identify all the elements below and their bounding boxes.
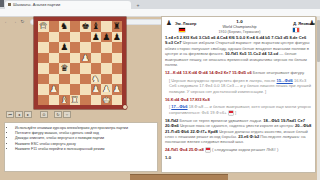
square-e3[interactable] bbox=[80, 74, 91, 85]
square-c4[interactable]: ♛ bbox=[59, 63, 70, 74]
game-header: ♟ Эм. Ласкер 1-0 World Championship 1910… bbox=[165, 19, 312, 35]
moves-segment: [ Черные вынуждены пропустить ферзя в ла… bbox=[169, 78, 277, 83]
square-h5[interactable] bbox=[112, 53, 123, 64]
white-q-piece[interactable]: ♛ bbox=[38, 21, 49, 32]
black-k-piece[interactable]: ♚ bbox=[80, 21, 91, 32]
moves-paragraph: [ 17...Фb6 18.Ф:a8 — и белые выигрывают,… bbox=[165, 104, 312, 115]
game-site-year: 1910 (Берлин, Германия) bbox=[203, 30, 276, 34]
game-result: 1-0 bbox=[203, 19, 276, 24]
square-d8[interactable] bbox=[70, 21, 81, 32]
new-tab-button[interactable]: + bbox=[134, 1, 142, 9]
square-b2[interactable]: ♟ bbox=[49, 84, 60, 95]
black-flag-icon bbox=[293, 28, 299, 32]
white-p-piece[interactable]: ♟ bbox=[49, 84, 60, 95]
square-g6[interactable] bbox=[101, 42, 112, 53]
square-h6[interactable] bbox=[112, 42, 123, 53]
square-f6[interactable] bbox=[91, 42, 102, 53]
square-b7[interactable] bbox=[49, 32, 60, 43]
next-move-button[interactable]: ▸ bbox=[24, 111, 32, 118]
black-p-piece[interactable]: ♟ bbox=[112, 32, 123, 43]
moves-segment[interactable]: 10.Лd1 Кc5 11.Сc2 d4 12.cd bbox=[225, 51, 279, 56]
back-icon[interactable]: ← bbox=[3, 19, 10, 25]
square-f7[interactable]: ♟ bbox=[91, 32, 102, 43]
favicon bbox=[8, 3, 11, 6]
square-d6[interactable] bbox=[70, 42, 81, 53]
square-f4[interactable] bbox=[91, 63, 102, 74]
moves-paragraph: 24.Лd1 Фc4 25.Ф:a8 ( следующим ходом реш… bbox=[165, 147, 312, 152]
square-h7[interactable]: ♟ bbox=[112, 32, 123, 43]
browser-tab[interactable]: Шахматы. Анализ партии bbox=[5, 1, 131, 9]
square-c8[interactable]: ♞ bbox=[59, 21, 70, 32]
square-d5[interactable] bbox=[70, 53, 81, 64]
white-p-piece[interactable]: ♟ bbox=[80, 53, 91, 64]
moves-paragraph: 12...К:d4 13.К:d4 Ф:d4 14.Фe2 Кe7 15.Фd5… bbox=[165, 70, 312, 75]
moves-segment[interactable]: 23.e6 Ф:b2 bbox=[238, 134, 260, 139]
white-flag-icon bbox=[179, 28, 185, 32]
moves-segment[interactable]: 12...К:d4 13.К:d4 Ф:d4 14.Фe2 Кe7 15.Фd5… bbox=[165, 70, 253, 75]
square-f5[interactable] bbox=[91, 53, 102, 64]
moves-segment: 18.Ф:a8 — и белые выигрывают, хотя черны… bbox=[169, 104, 311, 114]
square-d1[interactable]: ♜ bbox=[70, 95, 81, 106]
window-corner bbox=[0, 0, 4, 7]
moves-segment: Белые отыгрывают фигуру. bbox=[253, 70, 305, 75]
white-p-piece[interactable]: ♟ bbox=[112, 84, 123, 95]
reload-icon[interactable]: ↻ bbox=[19, 19, 26, 25]
square-g7[interactable]: ♟ bbox=[101, 32, 112, 43]
square-a2[interactable] bbox=[38, 84, 49, 95]
square-a3[interactable] bbox=[38, 74, 49, 85]
square-g1[interactable]: ♚ bbox=[101, 95, 112, 106]
square-a4[interactable] bbox=[38, 63, 49, 74]
black-b-piece[interactable]: ♝ bbox=[91, 21, 102, 32]
square-b1[interactable] bbox=[49, 95, 60, 106]
square-e8[interactable]: ♚ bbox=[80, 21, 91, 32]
square-g4[interactable] bbox=[101, 63, 112, 74]
tab-strip: Шахматы. Анализ партии + bbox=[0, 0, 320, 9]
square-c2[interactable] bbox=[59, 84, 70, 95]
square-h2[interactable]: ♟ bbox=[112, 84, 123, 95]
square-c7[interactable] bbox=[59, 32, 70, 43]
black-q-piece[interactable]: ♛ bbox=[59, 63, 70, 74]
white-b-piece[interactable]: ♝ bbox=[59, 95, 70, 106]
square-c1[interactable]: ♝ bbox=[59, 95, 70, 106]
square-a8[interactable]: ♛ bbox=[38, 21, 49, 32]
square-h4[interactable] bbox=[112, 63, 123, 74]
square-c3[interactable] bbox=[59, 74, 70, 85]
white-n-piece[interactable]: ♞ bbox=[91, 74, 102, 85]
moves-paragraph: 18.Лd2 Белые не теряя времени удваивают … bbox=[165, 118, 312, 145]
square-a1[interactable] bbox=[38, 95, 49, 106]
board-corner-knob bbox=[123, 105, 127, 109]
square-a7[interactable] bbox=[38, 32, 49, 43]
square-e5[interactable]: ♟ bbox=[80, 53, 91, 64]
moves-paragraph: 1.e4 e5 2.Кf3 Кc6 3.Сb5 a6 4.Сa4 Кf6 5.0… bbox=[165, 35, 312, 67]
square-f2[interactable]: ♟ bbox=[91, 84, 102, 95]
square-e6[interactable] bbox=[80, 42, 91, 53]
inline-flag-icon bbox=[206, 148, 210, 152]
square-g5[interactable] bbox=[101, 53, 112, 64]
square-a6[interactable] bbox=[38, 42, 49, 53]
square-d3[interactable] bbox=[70, 74, 81, 85]
game-panel: ♟ Эм. Ласкер 1-0 World Championship 1910… bbox=[161, 16, 316, 173]
white-pawn-icon: ♟ bbox=[166, 20, 172, 27]
square-b6[interactable] bbox=[49, 42, 60, 53]
instructions-list: Используйте клавиши курсора влево/вправо… bbox=[9, 126, 153, 152]
moves-segment: Черные пока не сдаются, надеясь увести к… bbox=[180, 123, 295, 128]
page-scrollbar[interactable] bbox=[317, 16, 320, 180]
moves-segment: ( следующим ходом решает Лh8# ) bbox=[211, 147, 278, 152]
instruction-item: Нажмите F11 чтобы перейти в полноэкранны… bbox=[15, 147, 153, 152]
black-p-piece[interactable]: ♟ bbox=[59, 42, 70, 53]
square-h3[interactable] bbox=[112, 74, 123, 85]
tab-title: Шахматы. Анализ партии bbox=[13, 2, 60, 7]
square-d7[interactable] bbox=[70, 32, 81, 43]
below-fold-block bbox=[130, 174, 228, 180]
square-a5[interactable] bbox=[38, 53, 49, 64]
instructions-panel: Используйте клавиши курсора влево/вправо… bbox=[4, 122, 158, 172]
square-g3[interactable] bbox=[101, 74, 112, 85]
moves-segment[interactable]: 24.Лd1 Фc4 25.Ф:a8 bbox=[165, 147, 205, 152]
square-g8[interactable] bbox=[101, 21, 112, 32]
rotate-board-button[interactable]: ⊙ bbox=[40, 111, 48, 118]
black-r-piece[interactable]: ♜ bbox=[112, 21, 123, 32]
resize-button[interactable]: ⁘ bbox=[63, 111, 71, 118]
variation-move-link[interactable]: 15...Фd6 bbox=[277, 78, 293, 83]
square-d4[interactable] bbox=[70, 63, 81, 74]
chess-board-wrap: ♛♞♚♝♜♟♟♟♟♟♛♞♟♟♟♟♝♜♚ bbox=[34, 17, 126, 109]
black-p-piece[interactable]: ♟ bbox=[91, 32, 102, 43]
white-r-piece[interactable]: ♜ bbox=[70, 95, 81, 106]
scrollbar-thumb[interactable] bbox=[317, 20, 320, 62]
moves-paragraph: 1-0 bbox=[165, 155, 312, 160]
browser-window: Шахматы. Анализ партии + ← → ↻ ⓘwww.sa10… bbox=[0, 0, 320, 180]
square-b3[interactable] bbox=[49, 74, 60, 85]
white-p-piece[interactable]: ♟ bbox=[101, 84, 112, 95]
moves-segment: ] bbox=[234, 110, 236, 115]
refresh-button[interactable]: ↻ bbox=[54, 111, 62, 118]
square-f1[interactable] bbox=[91, 95, 102, 106]
black-pawn-icon: ♟ bbox=[309, 20, 315, 27]
moves-segment: Белые не теряя времени удваивают ладьи. bbox=[179, 118, 263, 123]
black-p-piece[interactable]: ♟ bbox=[101, 32, 112, 43]
moves-segment[interactable]: 1-0 bbox=[165, 155, 171, 160]
square-c6[interactable]: ♟ bbox=[59, 42, 70, 53]
moves-segment[interactable]: 18.Лd2 bbox=[165, 118, 179, 123]
square-e1[interactable] bbox=[80, 95, 91, 106]
square-b5[interactable] bbox=[49, 53, 60, 64]
moves-segment[interactable]: 16.К:d4 Фc4 17.Кf3 Кc8 bbox=[165, 97, 210, 102]
game-event[interactable]: World Championship bbox=[203, 25, 276, 29]
square-b8[interactable] bbox=[49, 21, 60, 32]
chess-board[interactable]: ♛♞♚♝♜♟♟♟♟♟♛♞♟♟♟♟♝♜♚ bbox=[34, 17, 126, 109]
square-f8[interactable]: ♝ bbox=[91, 21, 102, 32]
prev-move-button[interactable]: ◂ bbox=[15, 111, 23, 118]
square-e4[interactable] bbox=[80, 63, 91, 74]
moves-text: 1.e4 e5 2.Кf3 Кc6 3.Сb5 a6 4.Сa4 Кf6 5.0… bbox=[165, 35, 312, 161]
black-n-piece[interactable]: ♞ bbox=[59, 21, 70, 32]
square-h1[interactable] bbox=[112, 95, 123, 106]
moves-paragraph: 16.К:d4 Фc4 17.Кf3 Кc8 bbox=[165, 97, 312, 102]
inline-flag-icon bbox=[229, 111, 233, 115]
first-move-button[interactable]: ⏮ bbox=[6, 111, 14, 118]
square-e7[interactable] bbox=[80, 32, 91, 43]
square-e2[interactable] bbox=[80, 84, 91, 95]
square-c5[interactable] bbox=[59, 53, 70, 64]
square-g2[interactable]: ♟ bbox=[101, 84, 112, 95]
square-f3[interactable]: ♞ bbox=[91, 74, 102, 85]
white-k-piece[interactable]: ♚ bbox=[101, 95, 112, 106]
square-d2[interactable] bbox=[70, 84, 81, 95]
moves-paragraph: [ Черные вынуждены пропустить ферзя в ла… bbox=[165, 78, 312, 94]
forward-icon[interactable]: → bbox=[11, 19, 18, 25]
white-p-piece[interactable]: ♟ bbox=[91, 84, 102, 95]
variation-move-link[interactable]: 17...Фb6 bbox=[171, 104, 187, 109]
square-b4[interactable] bbox=[49, 63, 60, 74]
square-h8[interactable]: ♜ bbox=[112, 21, 123, 32]
